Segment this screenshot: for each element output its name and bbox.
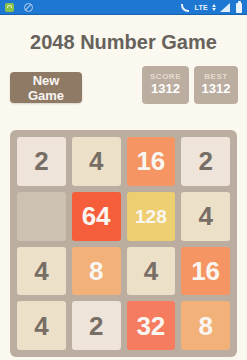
network-type-label: LTE [194, 4, 208, 11]
tile-8-r4c4: 8 [181, 301, 230, 350]
tile-4-r3c1: 4 [17, 247, 66, 296]
battery-icon [236, 3, 242, 13]
tile-4-r3c3: 4 [127, 247, 176, 296]
best-box: BEST 1312 [194, 66, 238, 104]
tile-4-r1c2: 4 [72, 137, 121, 186]
tile-4-r2c4: 4 [181, 192, 230, 241]
data-updown-icon [212, 4, 216, 11]
best-label: BEST [204, 73, 227, 81]
tile-2-r1c1: 2 [17, 137, 66, 186]
page-title: 2048 Number Game [0, 31, 247, 54]
app-notification-icon [5, 3, 14, 12]
wifi-calling-icon [181, 4, 189, 12]
tile-2-r1c4: 2 [181, 137, 230, 186]
score-value: 1312 [151, 82, 180, 96]
score-label: SCORE [150, 73, 181, 81]
board[interactable]: 241626412844841642328 [10, 130, 237, 357]
signal-icon [220, 3, 230, 12]
best-value: 1312 [202, 82, 231, 96]
score-box: SCORE 1312 [142, 66, 189, 104]
tile-2-r4c2: 2 [72, 301, 121, 350]
tile-8-r3c2: 8 [72, 247, 121, 296]
tile-16-r1c3: 16 [127, 137, 176, 186]
status-bar: LTE [0, 0, 247, 15]
phone-screen: LTE 2048 Number Game New Game SCORE 1312… [0, 0, 247, 360]
tile-4-r4c1: 4 [17, 301, 66, 350]
new-game-button[interactable]: New Game [10, 72, 82, 103]
empty-cell-r2c1 [17, 192, 66, 241]
tile-16-r3c4: 16 [181, 247, 230, 296]
tile-128-r2c3: 128 [127, 192, 176, 241]
tile-32-r4c3: 32 [127, 301, 176, 350]
circle-slash-icon [24, 3, 33, 12]
tile-64-r2c2: 64 [72, 192, 121, 241]
